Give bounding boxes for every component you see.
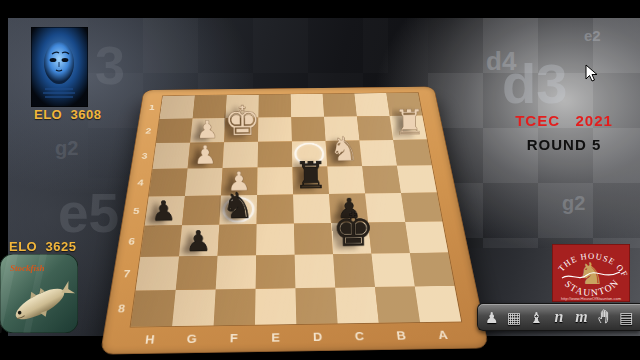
square-g7[interactable] (176, 256, 218, 290)
square-e8[interactable] (255, 288, 296, 325)
panel-icon[interactable]: ▤ (619, 310, 634, 325)
square-d4[interactable]: ♜ (292, 167, 329, 195)
board-scene: 12345678 HGFEDCBA ♟♚♜♟♞♟♜♟♞♟♟♚ (56, 14, 526, 334)
square-h4[interactable] (149, 168, 188, 196)
square-e4[interactable] (257, 167, 293, 195)
square-a5[interactable] (401, 192, 442, 222)
rank-label-3: 3 (134, 143, 154, 169)
square-a7[interactable] (410, 253, 455, 287)
file-label-B: B (379, 325, 423, 346)
board-setup-icon[interactable]: ▦ (506, 310, 521, 325)
square-b3[interactable] (359, 140, 397, 166)
square-b2[interactable] (357, 116, 393, 141)
rank-label-6: 6 (120, 226, 143, 258)
square-g4[interactable] (185, 168, 223, 196)
watermark-g2: g2 (562, 193, 585, 213)
square-e2[interactable] (258, 117, 292, 142)
square-g5[interactable] (182, 195, 221, 225)
square-c7[interactable] (333, 254, 375, 288)
square-d5[interactable] (293, 194, 331, 224)
square-h3[interactable] (153, 143, 191, 169)
square-f8[interactable] (214, 289, 256, 326)
piece-black-pawn[interactable]: ♟ (179, 226, 218, 255)
square-b7[interactable] (371, 253, 414, 287)
mouse-cursor (585, 64, 598, 83)
square-e7[interactable] (256, 255, 296, 289)
stockfish-logo-text: Stockfish (10, 263, 45, 273)
square-c6[interactable]: ♚ (331, 223, 371, 255)
square-f2[interactable]: ♚ (224, 118, 258, 143)
square-g8[interactable] (172, 289, 216, 326)
piece-white-knight[interactable]: ♞ (327, 132, 362, 166)
script-m-icon[interactable]: m (574, 309, 589, 325)
square-h1[interactable] (160, 96, 195, 119)
square-a8[interactable] (415, 286, 461, 322)
board-squares: ♟♚♜♟♞♟♜♟♞♟♟♚ (131, 93, 462, 327)
file-label-C: C (338, 326, 381, 347)
piece-white-king[interactable]: ♚ (224, 101, 258, 142)
event-round: ROUND 5 (500, 136, 628, 153)
square-d7[interactable] (295, 254, 336, 288)
piece-white-pawn[interactable]: ♟ (190, 117, 224, 142)
square-a6[interactable] (405, 221, 448, 253)
square-f3[interactable] (223, 142, 258, 168)
file-label-H: H (127, 329, 171, 350)
house-of-staunton-logo: THE HOUSE OF ♞ STAUNTON http://www.House… (552, 244, 630, 302)
square-g3[interactable]: ♟ (188, 142, 224, 168)
piece-black-pawn[interactable]: ♟ (145, 197, 183, 225)
board-toolbar: ♟▦♝nm▤ (477, 303, 640, 331)
square-a3[interactable] (393, 140, 432, 166)
script-n-icon[interactable]: n (551, 309, 566, 325)
square-h2[interactable] (156, 118, 192, 143)
event-title: TCEC 2021 (500, 112, 628, 129)
file-labels: HGFEDCBA (127, 325, 465, 350)
square-c8[interactable] (335, 287, 379, 323)
square-b6[interactable] (368, 222, 410, 254)
piece-white-rook[interactable]: ♜ (392, 104, 426, 140)
square-h6[interactable] (140, 225, 182, 257)
square-f5[interactable]: ♞ (219, 195, 257, 225)
sponsor-url: http://www.HouseOfStaunton.com (561, 296, 622, 301)
piece-black-rook[interactable]: ♜ (293, 156, 329, 194)
square-b8[interactable] (375, 286, 420, 322)
file-label-G: G (170, 329, 214, 350)
square-c3[interactable]: ♞ (326, 140, 363, 166)
square-c4[interactable] (327, 166, 365, 194)
square-f7[interactable] (216, 255, 256, 289)
file-label-A: A (420, 325, 465, 345)
rank-label-1: 1 (142, 96, 161, 119)
chess-board: 12345678 HGFEDCBA ♟♚♜♟♞♟♜♟♞♟♟♚ (100, 86, 489, 354)
square-h5[interactable]: ♟ (145, 196, 185, 226)
piece-black-king[interactable]: ♚ (332, 206, 371, 253)
rank-label-7: 7 (115, 257, 139, 291)
square-d6[interactable] (294, 223, 333, 255)
square-d2[interactable] (291, 117, 325, 142)
watermark-e2: e2 (584, 28, 601, 43)
square-h7[interactable] (136, 256, 179, 290)
square-b4[interactable] (362, 166, 401, 194)
square-h8[interactable] (131, 290, 176, 327)
stockfish-logo: Stockfish (0, 254, 78, 333)
hand-icon[interactable] (596, 308, 611, 326)
square-e3[interactable] (258, 141, 293, 167)
file-label-D: D (296, 327, 339, 348)
elo-rating-bottom: ELO 3625 (9, 239, 76, 254)
square-d1[interactable] (291, 94, 324, 117)
square-g6[interactable]: ♟ (179, 225, 219, 257)
rank-label-2: 2 (138, 119, 158, 144)
square-e6[interactable] (256, 224, 294, 256)
file-label-F: F (212, 328, 255, 349)
pieces-icon[interactable]: ♟ (484, 310, 499, 325)
square-b1[interactable] (354, 93, 389, 116)
rank-label-8: 8 (109, 291, 134, 327)
piece-black-knight[interactable]: ♞ (219, 188, 257, 224)
piece-white-pawn[interactable]: ♟ (188, 142, 223, 168)
broadcast-frame: 3g2e5e2d4d3g2 ELO 3608 12345678 (0, 0, 640, 360)
square-e5[interactable] (257, 194, 294, 224)
grab-piece-icon[interactable]: ♝ (529, 310, 544, 325)
square-a2[interactable]: ♜ (390, 116, 427, 141)
square-a4[interactable] (397, 165, 437, 193)
square-d8[interactable] (295, 288, 337, 324)
square-c1[interactable] (323, 94, 357, 117)
square-e1[interactable] (258, 94, 291, 117)
rank-label-4: 4 (130, 169, 151, 197)
file-label-E: E (255, 327, 297, 348)
square-f6[interactable] (218, 224, 257, 256)
